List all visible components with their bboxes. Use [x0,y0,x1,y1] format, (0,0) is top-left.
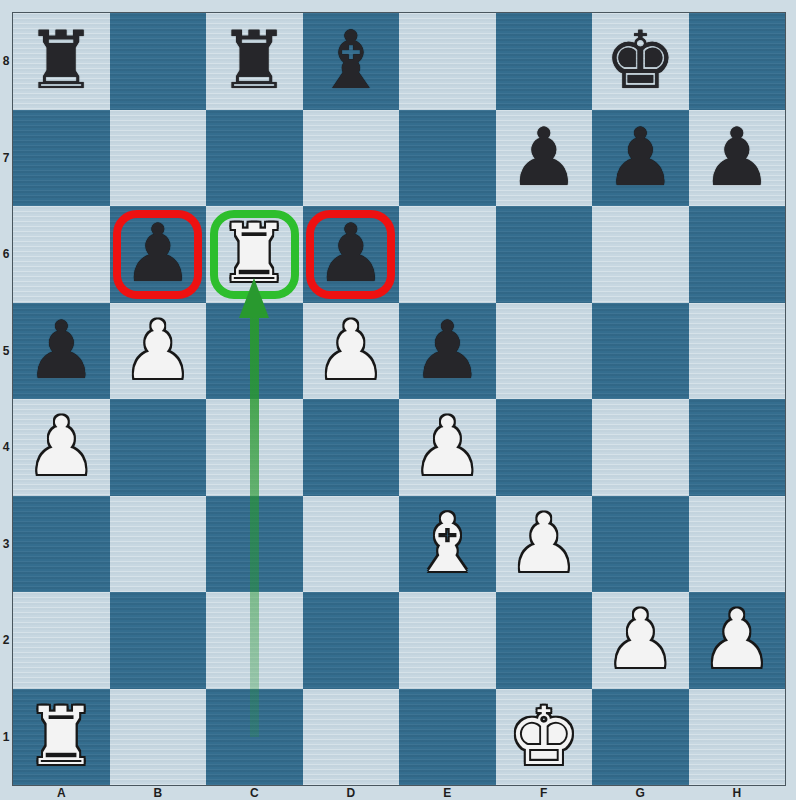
piece-white-pawn-b5[interactable]: ♟ [110,303,207,400]
piece-black-rook-a8[interactable]: ♜ [13,13,110,110]
square-g6[interactable] [592,206,689,303]
square-e8[interactable] [399,13,496,110]
piece-black-king-g8[interactable]: ♚ [592,13,689,110]
square-e7[interactable] [399,110,496,207]
square-b8[interactable] [110,13,207,110]
square-f6[interactable] [496,206,593,303]
piece-white-rook-a1[interactable]: ♜ [13,689,110,786]
file-label-a: A [13,786,110,799]
square-b3[interactable] [110,496,207,593]
rank-label-8: 8 [0,13,12,110]
square-d2[interactable] [303,592,400,689]
square-f4[interactable] [496,399,593,496]
rank-label-1: 1 [0,689,12,786]
square-d1[interactable] [303,689,400,786]
piece-white-bishop-e3[interactable]: ♝ [399,496,496,593]
file-label-e: E [399,786,496,799]
square-f5[interactable] [496,303,593,400]
square-g4[interactable] [592,399,689,496]
square-b4[interactable] [110,399,207,496]
square-b7[interactable] [110,110,207,207]
piece-black-rook-c8[interactable]: ♜ [206,13,303,110]
square-g1[interactable] [592,689,689,786]
highlight-red-b6 [113,210,202,299]
square-c7[interactable] [206,110,303,207]
square-h4[interactable] [689,399,786,496]
square-b1[interactable] [110,689,207,786]
piece-white-pawn-h2[interactable]: ♟ [689,592,786,689]
square-g3[interactable] [592,496,689,593]
piece-white-pawn-e4[interactable]: ♟ [399,399,496,496]
piece-white-pawn-f3[interactable]: ♟ [496,496,593,593]
chess-position-diagram: 12345678ABCDEFGH ♜♜♝♚♟♟♟♟♜♟♟♟♟♟♟♟♝♟♟♟♜♚ [0,0,796,800]
square-d7[interactable] [303,110,400,207]
piece-black-pawn-g7[interactable]: ♟ [592,110,689,207]
square-h3[interactable] [689,496,786,593]
piece-black-pawn-h7[interactable]: ♟ [689,110,786,207]
square-e1[interactable] [399,689,496,786]
piece-black-pawn-f7[interactable]: ♟ [496,110,593,207]
piece-white-pawn-d5[interactable]: ♟ [303,303,400,400]
piece-black-pawn-a5[interactable]: ♟ [13,303,110,400]
piece-white-pawn-a4[interactable]: ♟ [13,399,110,496]
square-a7[interactable] [13,110,110,207]
square-a6[interactable] [13,206,110,303]
piece-white-pawn-g2[interactable]: ♟ [592,592,689,689]
square-a2[interactable] [13,592,110,689]
rank-label-3: 3 [0,496,12,593]
move-arrow-shaft [250,314,259,737]
square-e6[interactable] [399,206,496,303]
square-f8[interactable] [496,13,593,110]
square-a3[interactable] [13,496,110,593]
file-label-g: G [592,786,689,799]
square-h8[interactable] [689,13,786,110]
piece-white-king-f1[interactable]: ♚ [496,689,593,786]
square-d3[interactable] [303,496,400,593]
move-arrow-head [239,278,269,318]
rank-label-4: 4 [0,399,12,496]
file-label-d: D [303,786,400,799]
rank-label-2: 2 [0,592,12,689]
square-b2[interactable] [110,592,207,689]
rank-label-5: 5 [0,303,12,400]
rank-label-7: 7 [0,110,12,207]
piece-black-pawn-e5[interactable]: ♟ [399,303,496,400]
file-label-c: C [206,786,303,799]
square-h6[interactable] [689,206,786,303]
square-f2[interactable] [496,592,593,689]
highlight-red-d6 [306,210,395,299]
square-g5[interactable] [592,303,689,400]
square-h1[interactable] [689,689,786,786]
file-label-b: B [110,786,207,799]
square-e2[interactable] [399,592,496,689]
file-label-f: F [496,786,593,799]
rank-label-6: 6 [0,206,12,303]
square-h5[interactable] [689,303,786,400]
square-d4[interactable] [303,399,400,496]
piece-black-bishop-d8[interactable]: ♝ [303,13,400,110]
file-label-h: H [689,786,786,799]
